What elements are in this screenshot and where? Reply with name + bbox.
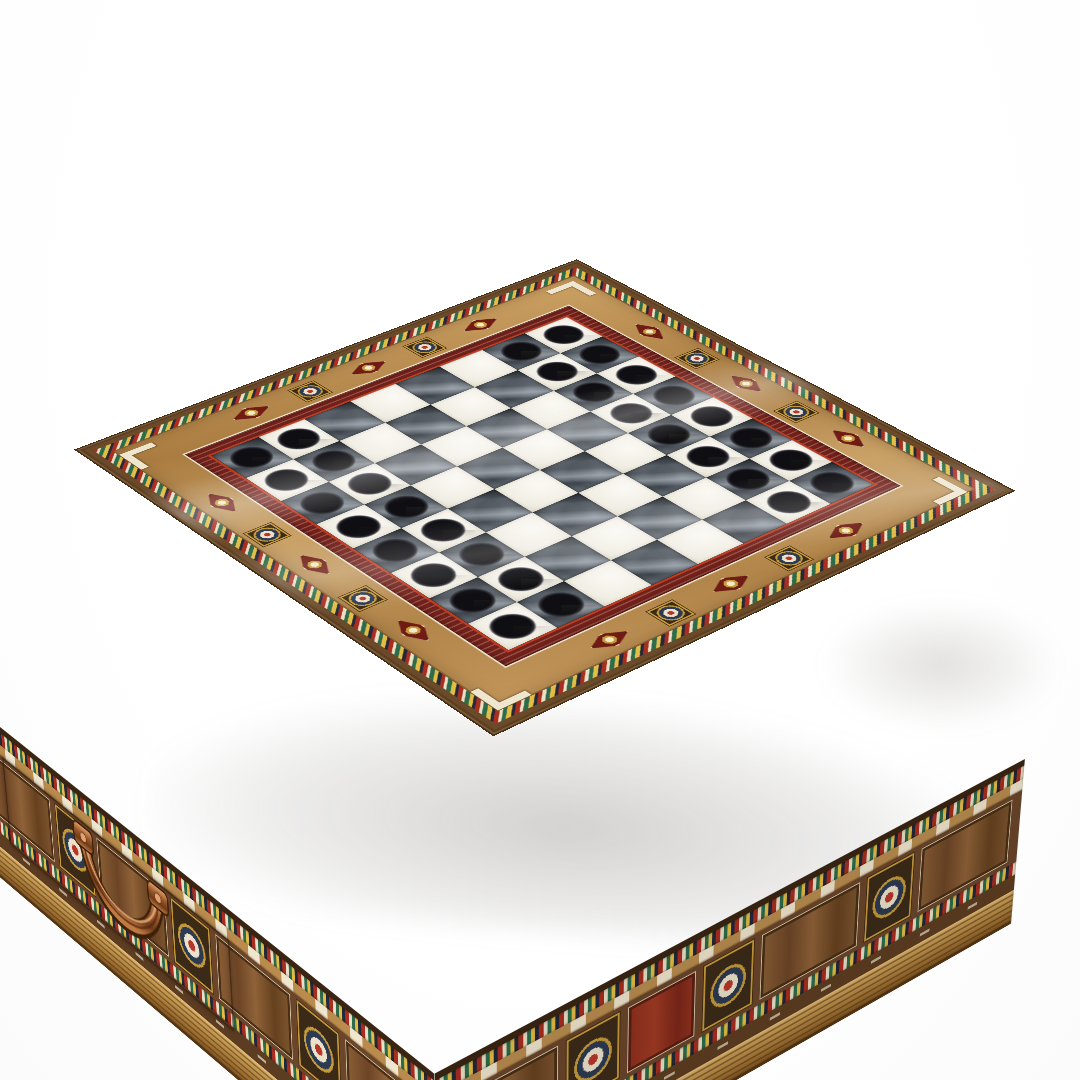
box-right-surface: [434, 759, 1025, 1080]
box-top: ♜♜♞♞♝♝♛♛♚♚♝♝♞♞♜♜♟♟♟♟♟♟♟♟♟♟♟♟♟♟♟♟♟♟♟♟♟♟♟♟…: [80, 262, 1010, 733]
scene: ♜♜♞♞♝♝♛♛♚♚♝♝♞♞♜♜♟♟♟♟♟♟♟♟♟♟♟♟♟♟♟♟♟♟♟♟♟♟♟♟…: [0, 0, 1080, 1080]
box-front-surface: [0, 707, 438, 1080]
box-right-wall: [434, 759, 1025, 1080]
box-front-wall: [0, 707, 438, 1080]
stage: ♜♜♞♞♝♝♛♛♚♚♝♝♞♞♜♜♟♟♟♟♟♟♟♟♟♟♟♟♟♟♟♟♟♟♟♟♟♟♟♟…: [0, 0, 1080, 1080]
